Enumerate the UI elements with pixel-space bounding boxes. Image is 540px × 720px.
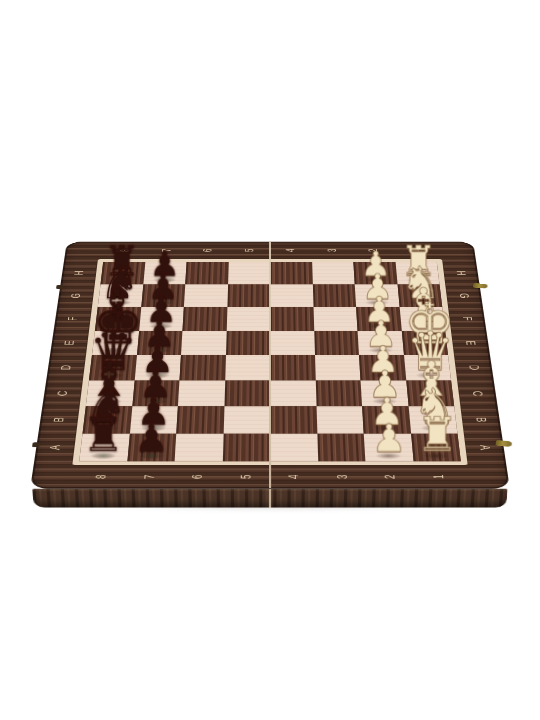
square-h3 bbox=[312, 262, 355, 284]
coord-label-left-e: E bbox=[46, 333, 93, 353]
coord-label-top-1: 1 bbox=[397, 240, 433, 261]
coord-label-bottom-3: 3 bbox=[322, 462, 362, 491]
coord-label-right-g: G bbox=[441, 286, 486, 304]
coord-label-right-c: C bbox=[453, 383, 502, 404]
square-h4 bbox=[270, 262, 312, 284]
square-h5 bbox=[228, 262, 270, 284]
square-d5 bbox=[225, 355, 270, 380]
square-a4 bbox=[270, 433, 318, 461]
square-d3 bbox=[315, 355, 361, 380]
square-a8: ♜ bbox=[79, 433, 129, 461]
square-a3 bbox=[317, 433, 366, 461]
coord-label-right-a: A bbox=[460, 436, 510, 459]
square-e5 bbox=[226, 331, 271, 355]
coord-label-top-2: 2 bbox=[356, 240, 391, 261]
square-e4 bbox=[270, 331, 315, 355]
square-f3 bbox=[313, 307, 357, 331]
square-g3 bbox=[312, 284, 356, 307]
fold-seam bbox=[269, 241, 272, 488]
coord-label-left-g: G bbox=[53, 286, 98, 304]
white-pawn-a2: ♟ bbox=[365, 420, 413, 459]
coord-label-top-7: 7 bbox=[149, 240, 184, 261]
square-f5 bbox=[226, 307, 270, 331]
brass-clasp-icon bbox=[496, 440, 512, 447]
coord-label-bottom-2: 2 bbox=[370, 462, 411, 491]
square-e3 bbox=[314, 331, 359, 355]
left-clasp-stub-icon bbox=[32, 442, 40, 447]
square-g6 bbox=[184, 284, 228, 307]
square-b5 bbox=[223, 406, 270, 433]
coord-label-bottom-4: 4 bbox=[275, 462, 314, 491]
square-b3 bbox=[316, 406, 364, 433]
square-f4 bbox=[270, 307, 314, 331]
square-c4 bbox=[270, 380, 316, 406]
square-f6 bbox=[182, 307, 226, 331]
white-rook-a1: ♜ bbox=[413, 411, 461, 458]
coord-label-right-b: B bbox=[456, 409, 505, 431]
product-photo: 87654321 87654321 HGFEDCBA HGFEDCBA ♜♟♟♜… bbox=[0, 0, 540, 720]
coord-label-top-5: 5 bbox=[232, 240, 266, 261]
coord-label-top-6: 6 bbox=[191, 240, 225, 261]
coord-label-right-d: D bbox=[450, 357, 498, 377]
coord-label-bottom-1: 1 bbox=[418, 462, 460, 491]
square-a6 bbox=[175, 433, 224, 461]
coord-label-right-h: H bbox=[439, 264, 483, 282]
square-a2: ♟ bbox=[364, 433, 413, 461]
coord-label-left-b: B bbox=[34, 409, 83, 431]
square-a1: ♜ bbox=[411, 433, 461, 461]
square-a5 bbox=[222, 433, 270, 461]
square-c5 bbox=[224, 380, 270, 406]
coord-label-top-3: 3 bbox=[315, 240, 349, 261]
square-d6 bbox=[179, 355, 225, 380]
coord-label-top-4: 4 bbox=[274, 240, 308, 261]
chess-board: 87654321 87654321 HGFEDCBA HGFEDCBA ♜♟♟♜… bbox=[30, 242, 510, 489]
square-b4 bbox=[270, 406, 317, 433]
square-a7: ♟ bbox=[127, 433, 176, 461]
square-b6 bbox=[176, 406, 224, 433]
black-pawn-a7: ♟ bbox=[127, 420, 175, 459]
coord-label-bottom-6: 6 bbox=[177, 462, 217, 491]
square-c6 bbox=[178, 380, 225, 406]
perspective-wrapper: 87654321 87654321 HGFEDCBA HGFEDCBA ♜♟♟♜… bbox=[0, 0, 540, 720]
coord-label-left-c: C bbox=[38, 383, 87, 404]
black-rook-a8: ♜ bbox=[79, 411, 127, 458]
box-side-seam bbox=[269, 489, 271, 508]
coord-label-bottom-8: 8 bbox=[80, 462, 122, 491]
square-c3 bbox=[315, 380, 362, 406]
square-g4 bbox=[270, 284, 313, 307]
box-side-panel bbox=[32, 489, 507, 508]
coord-label-left-h: H bbox=[57, 264, 101, 282]
square-d4 bbox=[270, 355, 315, 380]
square-h6 bbox=[185, 262, 228, 284]
square-g5 bbox=[227, 284, 270, 307]
square-e6 bbox=[181, 331, 226, 355]
coord-label-top-8: 8 bbox=[107, 240, 143, 261]
coord-label-left-d: D bbox=[42, 357, 90, 377]
coord-label-bottom-5: 5 bbox=[226, 462, 265, 491]
coord-label-bottom-7: 7 bbox=[129, 462, 170, 491]
